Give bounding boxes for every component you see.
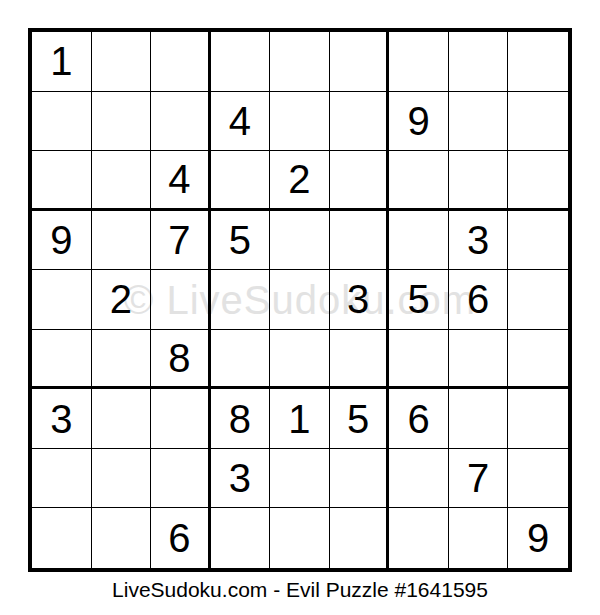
cell-r4c4[interactable]: 5 <box>211 211 271 271</box>
cell-r5c1[interactable] <box>32 270 92 330</box>
cell-r9c8[interactable] <box>449 508 509 568</box>
cell-r2c9[interactable] <box>508 92 568 152</box>
cell-r6c9[interactable] <box>508 330 568 390</box>
cell-r9c2[interactable] <box>92 508 152 568</box>
cell-r2c6[interactable] <box>330 92 390 152</box>
cell-r6c3[interactable]: 8 <box>151 330 211 390</box>
cell-r8c9[interactable] <box>508 449 568 509</box>
cell-r4c5[interactable] <box>270 211 330 271</box>
cell-r7c1[interactable]: 3 <box>32 389 92 449</box>
cell-r3c3[interactable]: 4 <box>151 151 211 211</box>
cell-r1c8[interactable] <box>449 32 509 92</box>
cell-r1c2[interactable] <box>92 32 152 92</box>
cell-r4c3[interactable]: 7 <box>151 211 211 271</box>
cell-r2c7[interactable]: 9 <box>389 92 449 152</box>
cell-r3c5[interactable]: 2 <box>270 151 330 211</box>
cell-r3c7[interactable] <box>389 151 449 211</box>
cell-r4c7[interactable] <box>389 211 449 271</box>
cell-r2c5[interactable] <box>270 92 330 152</box>
cell-r7c2[interactable] <box>92 389 152 449</box>
cell-r9c9[interactable]: 9 <box>508 508 568 568</box>
cell-r5c7[interactable]: 5 <box>389 270 449 330</box>
cell-r4c9[interactable] <box>508 211 568 271</box>
cell-r1c6[interactable] <box>330 32 390 92</box>
cell-r7c3[interactable] <box>151 389 211 449</box>
cell-r4c2[interactable] <box>92 211 152 271</box>
sudoku-board: © LiveSudoku.com 14942975323568381563769 <box>28 28 572 572</box>
cell-r6c7[interactable] <box>389 330 449 390</box>
cell-r8c7[interactable] <box>389 449 449 509</box>
cell-r5c9[interactable] <box>508 270 568 330</box>
cell-r5c5[interactable] <box>270 270 330 330</box>
cell-r3c8[interactable] <box>449 151 509 211</box>
cell-r7c8[interactable] <box>449 389 509 449</box>
cell-r8c5[interactable] <box>270 449 330 509</box>
cell-r5c3[interactable] <box>151 270 211 330</box>
cell-r3c1[interactable] <box>32 151 92 211</box>
cell-r8c4[interactable]: 3 <box>211 449 271 509</box>
cell-r5c8[interactable]: 6 <box>449 270 509 330</box>
cell-r1c4[interactable] <box>211 32 271 92</box>
cell-r1c1[interactable]: 1 <box>32 32 92 92</box>
cell-r5c4[interactable] <box>211 270 271 330</box>
cell-r8c1[interactable] <box>32 449 92 509</box>
cell-r2c8[interactable] <box>449 92 509 152</box>
cell-r5c6[interactable]: 3 <box>330 270 390 330</box>
cell-r6c2[interactable] <box>92 330 152 390</box>
cell-r9c7[interactable] <box>389 508 449 568</box>
cell-r2c4[interactable]: 4 <box>211 92 271 152</box>
cell-r4c1[interactable]: 9 <box>32 211 92 271</box>
cell-r8c8[interactable]: 7 <box>449 449 509 509</box>
sudoku-grid: 14942975323568381563769 <box>32 32 568 568</box>
cell-r4c8[interactable]: 3 <box>449 211 509 271</box>
cell-r3c9[interactable] <box>508 151 568 211</box>
cell-r9c1[interactable] <box>32 508 92 568</box>
cell-r2c1[interactable] <box>32 92 92 152</box>
cell-r2c3[interactable] <box>151 92 211 152</box>
cell-r1c5[interactable] <box>270 32 330 92</box>
cell-r3c2[interactable] <box>92 151 152 211</box>
cell-r7c6[interactable]: 5 <box>330 389 390 449</box>
cell-r6c4[interactable] <box>211 330 271 390</box>
cell-r6c8[interactable] <box>449 330 509 390</box>
cell-r8c2[interactable] <box>92 449 152 509</box>
cell-r6c6[interactable] <box>330 330 390 390</box>
cell-r1c3[interactable] <box>151 32 211 92</box>
cell-r3c4[interactable] <box>211 151 271 211</box>
cell-r9c3[interactable]: 6 <box>151 508 211 568</box>
cell-r9c4[interactable] <box>211 508 271 568</box>
caption: LiveSudoku.com - Evil Puzzle #1641595 <box>0 578 600 602</box>
cell-r3c6[interactable] <box>330 151 390 211</box>
cell-r7c5[interactable]: 1 <box>270 389 330 449</box>
cell-r9c6[interactable] <box>330 508 390 568</box>
cell-r7c4[interactable]: 8 <box>211 389 271 449</box>
cell-r5c2[interactable]: 2 <box>92 270 152 330</box>
cell-r1c9[interactable] <box>508 32 568 92</box>
cell-r7c9[interactable] <box>508 389 568 449</box>
cell-r8c6[interactable] <box>330 449 390 509</box>
cell-r4c6[interactable] <box>330 211 390 271</box>
cell-r9c5[interactable] <box>270 508 330 568</box>
cell-r1c7[interactable] <box>389 32 449 92</box>
cell-r2c2[interactable] <box>92 92 152 152</box>
cell-r7c7[interactable]: 6 <box>389 389 449 449</box>
cell-r6c1[interactable] <box>32 330 92 390</box>
cell-r6c5[interactable] <box>270 330 330 390</box>
cell-r8c3[interactable] <box>151 449 211 509</box>
